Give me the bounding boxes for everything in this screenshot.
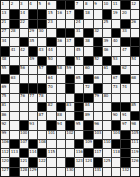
grid-cell[interactable]: 127 (1, 168, 9, 176)
grid-cell[interactable]: 52 (94, 57, 102, 65)
grid-cell[interactable]: 73 (112, 84, 120, 92)
grid-cell[interactable] (38, 168, 46, 176)
grid-cell[interactable] (75, 131, 83, 139)
block-cell (94, 38, 102, 46)
block-cell (29, 140, 37, 148)
grid-cell[interactable]: 6 (47, 1, 55, 9)
grid-cell[interactable] (131, 29, 139, 37)
clue-number: 131 (94, 168, 102, 173)
grid-cell[interactable]: 15 (47, 10, 55, 18)
grid-cell[interactable] (66, 149, 74, 157)
grid-cell[interactable]: 118 (112, 149, 120, 157)
grid-cell[interactable] (103, 131, 111, 139)
block-cell (121, 38, 129, 46)
grid-cell[interactable]: 63 (10, 75, 18, 83)
clue-number: 30 (38, 29, 43, 34)
grid-cell[interactable] (75, 84, 83, 92)
grid-cell[interactable]: 53 (112, 57, 120, 65)
block-cell (121, 75, 129, 83)
grid-cell[interactable] (131, 66, 139, 74)
block-cell (29, 20, 37, 28)
block-cell (84, 94, 92, 102)
grid-cell[interactable]: 48 (1, 57, 9, 65)
grid-cell[interactable]: 131 (94, 168, 102, 176)
block-cell (84, 149, 92, 157)
grid-cell[interactable] (66, 47, 74, 55)
grid-cell[interactable]: 88 (57, 112, 65, 120)
grid-cell[interactable]: 124 (84, 158, 92, 166)
clue-number: 126 (131, 158, 139, 163)
grid-cell[interactable] (112, 94, 120, 102)
clue-number: 113 (10, 149, 18, 154)
grid-cell[interactable]: 96 (94, 121, 102, 129)
grid-cell[interactable]: 83 (66, 103, 74, 111)
block-cell (121, 1, 129, 9)
clue-number: 114 (29, 149, 37, 154)
grid-cell[interactable]: 19 (112, 10, 120, 18)
block-cell (10, 158, 18, 166)
grid-cell[interactable] (103, 29, 111, 37)
grid-cell[interactable] (121, 57, 129, 65)
grid-cell[interactable] (10, 131, 18, 139)
grid-cell[interactable]: 65 (75, 75, 83, 83)
grid-cell[interactable] (131, 10, 139, 18)
grid-cell[interactable]: 93 (29, 121, 37, 129)
grid-cell[interactable] (47, 94, 55, 102)
grid-cell[interactable]: 117 (94, 149, 102, 157)
grid-cell[interactable]: 51 (75, 57, 83, 65)
grid-cell[interactable]: 2 (10, 1, 18, 9)
grid-cell[interactable] (20, 103, 28, 111)
grid-cell[interactable]: 46 (103, 47, 111, 55)
grid-cell[interactable] (57, 94, 65, 102)
clue-number: 62 (121, 66, 126, 71)
block-cell (94, 140, 102, 148)
block-cell (66, 158, 74, 166)
grid-cell[interactable]: 78 (38, 94, 46, 102)
grid-cell[interactable]: 115 (47, 149, 55, 157)
grid-cell[interactable] (66, 20, 74, 28)
grid-cell[interactable] (29, 112, 37, 120)
grid-cell[interactable]: 8 (84, 1, 92, 9)
block-cell (1, 47, 9, 55)
grid-cell[interactable]: 74 (121, 84, 129, 92)
grid-cell[interactable] (75, 168, 83, 176)
grid-cell[interactable]: 113 (10, 149, 18, 157)
clue-number: 80 (103, 94, 108, 99)
block-cell (121, 20, 129, 28)
grid-cell[interactable]: 130 (66, 168, 74, 176)
clue-number: 5 (38, 1, 41, 6)
clue-number: 66 (94, 75, 99, 80)
grid-cell[interactable] (57, 140, 65, 148)
grid-cell[interactable]: 30 (38, 29, 46, 37)
grid-cell[interactable]: 126 (131, 158, 139, 166)
clue-number: 18 (84, 10, 89, 15)
grid-cell[interactable] (112, 168, 120, 176)
grid-cell[interactable]: 103 (94, 131, 102, 139)
grid-cell[interactable]: 38 (84, 38, 92, 46)
grid-cell[interactable]: 100 (20, 131, 28, 139)
grid-cell[interactable] (84, 168, 92, 176)
grid-cell[interactable]: 84 (84, 103, 92, 111)
grid-cell[interactable]: 64 (47, 75, 55, 83)
grid-cell[interactable]: 128 (20, 168, 28, 176)
grid-cell[interactable]: 121 (20, 158, 28, 166)
clue-number: 51 (75, 57, 80, 62)
block-cell (84, 131, 92, 139)
grid-cell[interactable]: 129 (29, 168, 37, 176)
block-cell (112, 140, 120, 148)
grid-cell[interactable]: 107 (20, 140, 28, 148)
grid-cell[interactable] (103, 103, 111, 111)
grid-cell[interactable] (57, 57, 65, 65)
grid-cell[interactable]: 28 (10, 29, 18, 37)
grid-cell[interactable] (131, 168, 139, 176)
grid-cell[interactable]: 109 (84, 140, 92, 148)
grid-cell[interactable]: 120 (1, 158, 9, 166)
grid-cell[interactable] (38, 75, 46, 83)
grid-cell[interactable]: 21 (1, 20, 9, 28)
block-cell (57, 1, 65, 9)
clue-number: 112 (1, 149, 9, 154)
grid-cell[interactable] (66, 94, 74, 102)
block-cell (121, 149, 129, 157)
clue-number: 55 (1, 66, 6, 71)
grid-cell[interactable]: 106 (1, 140, 9, 148)
grid-cell[interactable] (10, 38, 18, 46)
grid-cell[interactable]: 27 (1, 29, 9, 37)
grid-cell[interactable]: 105 (131, 131, 139, 139)
block-cell (20, 38, 28, 46)
grid-cell[interactable]: 92 (1, 121, 9, 129)
grid-cell[interactable]: 62 (121, 66, 129, 74)
grid-cell[interactable] (29, 131, 37, 139)
clue-number: 2 (10, 1, 13, 6)
grid-cell[interactable]: 98 (131, 121, 139, 129)
grid-cell[interactable] (57, 47, 65, 55)
grid-cell[interactable]: 11 (112, 1, 120, 9)
grid-cell[interactable]: 35 (29, 38, 37, 46)
clue-number: 90 (112, 112, 117, 117)
clue-number: 57 (38, 66, 43, 71)
grid-cell[interactable]: 72 (84, 84, 92, 92)
grid-cell[interactable] (103, 149, 111, 157)
grid-cell[interactable]: 94 (57, 121, 65, 129)
block-cell (38, 84, 46, 92)
grid-cell[interactable]: 54 (131, 57, 139, 65)
clue-number: 63 (10, 75, 15, 80)
clue-number: 54 (131, 57, 136, 62)
grid-cell[interactable]: 67 (112, 75, 120, 83)
grid-cell[interactable]: 26 (131, 20, 139, 28)
block-cell (84, 121, 92, 129)
grid-cell[interactable]: 80 (103, 94, 111, 102)
grid-cell[interactable] (103, 168, 111, 176)
clue-number: 91 (121, 112, 126, 117)
grid-cell[interactable] (57, 84, 65, 92)
grid-cell[interactable] (103, 84, 111, 92)
clue-number: 48 (1, 57, 6, 62)
block-cell (121, 103, 129, 111)
grid-cell[interactable] (121, 94, 129, 102)
grid-cell[interactable] (47, 112, 55, 120)
grid-cell[interactable]: 10 (103, 1, 111, 9)
grid-cell[interactable]: 31 (75, 29, 83, 37)
grid-cell[interactable] (66, 140, 74, 148)
grid-cell[interactable] (103, 121, 111, 129)
grid-cell[interactable]: 25 (103, 20, 111, 28)
clue-number: 65 (75, 75, 80, 80)
block-cell (29, 47, 37, 55)
grid-cell[interactable]: 104 (112, 131, 120, 139)
grid-cell[interactable]: 75 (1, 94, 9, 102)
grid-cell[interactable]: 87 (38, 112, 46, 120)
clue-number: 3 (20, 1, 23, 6)
clue-number: 101 (47, 131, 55, 136)
grid-cell[interactable] (94, 103, 102, 111)
grid-cell[interactable]: 34 (1, 38, 9, 46)
grid-cell[interactable]: 79 (94, 94, 102, 102)
clue-number: 84 (84, 103, 89, 108)
grid-cell[interactable] (57, 158, 65, 166)
clue-number: 94 (57, 121, 62, 126)
clue-number: 111 (131, 140, 139, 145)
grid-cell[interactable]: 61 (103, 66, 111, 74)
grid-cell[interactable]: 39 (103, 38, 111, 46)
grid-cell[interactable] (10, 84, 18, 92)
grid-cell[interactable]: 114 (29, 149, 37, 157)
grid-cell[interactable]: 55 (1, 66, 9, 74)
block-cell (29, 158, 37, 166)
grid-cell[interactable]: 89 (84, 112, 92, 120)
grid-cell[interactable]: 85 (131, 103, 139, 111)
grid-cell[interactable] (29, 75, 37, 83)
clue-number: 128 (20, 168, 28, 173)
block-cell (121, 158, 129, 166)
block-cell (38, 103, 46, 111)
grid-cell[interactable]: 86 (1, 112, 9, 120)
grid-cell[interactable]: 76 (20, 94, 28, 102)
grid-cell[interactable]: 3 (20, 1, 28, 9)
grid-cell[interactable]: 50 (47, 57, 55, 65)
grid-cell[interactable]: 20 (121, 10, 129, 18)
grid-cell[interactable] (57, 149, 65, 157)
clue-number: 103 (94, 131, 102, 136)
block-cell (57, 103, 65, 111)
grid-cell[interactable]: 43 (38, 47, 46, 55)
clue-number: 123 (75, 158, 83, 163)
grid-cell[interactable] (94, 10, 102, 18)
grid-cell[interactable]: 60 (84, 66, 92, 74)
block-cell (84, 57, 92, 65)
grid-cell[interactable] (47, 158, 55, 166)
grid-cell[interactable]: 45 (75, 47, 83, 55)
clue-number: 100 (20, 131, 28, 136)
grid-cell[interactable]: 116 (75, 149, 83, 157)
grid-cell[interactable]: 102 (66, 131, 74, 139)
grid-cell[interactable]: 23 (47, 20, 55, 28)
grid-cell[interactable] (20, 112, 28, 120)
grid-cell[interactable]: 14 (20, 10, 28, 18)
grid-cell[interactable]: 101 (47, 131, 55, 139)
grid-cell[interactable] (94, 66, 102, 74)
grid-cell[interactable]: 47 (121, 47, 129, 55)
grid-cell[interactable] (112, 158, 120, 166)
block-cell (112, 103, 120, 111)
grid-cell[interactable]: 56 (20, 66, 28, 74)
grid-cell[interactable]: 59 (66, 66, 74, 74)
grid-cell[interactable]: 7 (75, 1, 83, 9)
grid-cell[interactable] (84, 47, 92, 55)
grid-cell[interactable]: 33 (121, 29, 129, 37)
grid-cell[interactable]: 41 (10, 47, 18, 55)
clue-number: 45 (75, 47, 80, 52)
clue-number: 95 (75, 121, 80, 126)
block-cell (75, 10, 83, 18)
grid-cell[interactable]: 132 (121, 168, 129, 176)
clue-number: 93 (29, 121, 34, 126)
grid-cell[interactable] (112, 20, 120, 28)
grid-cell[interactable]: 95 (75, 121, 83, 129)
grid-cell[interactable] (103, 112, 111, 120)
clue-number: 74 (121, 84, 126, 89)
grid-cell[interactable]: 90 (112, 112, 120, 120)
grid-cell[interactable]: 81 (1, 103, 9, 111)
grid-cell[interactable]: 49 (29, 57, 37, 65)
clue-number: 28 (10, 29, 15, 34)
clue-number: 39 (103, 38, 108, 43)
clue-number: 83 (66, 103, 71, 108)
grid-cell[interactable] (10, 121, 18, 129)
clue-number: 13 (1, 10, 6, 15)
grid-cell[interactable]: 70 (47, 84, 55, 92)
grid-cell[interactable]: 122 (38, 158, 46, 166)
clue-number: 6 (47, 1, 50, 6)
clue-number: 37 (66, 38, 71, 43)
grid-cell[interactable] (57, 131, 65, 139)
block-cell (20, 149, 28, 157)
grid-cell[interactable]: 58 (57, 66, 65, 74)
clue-number: 127 (1, 168, 9, 173)
clue-number: 20 (121, 10, 126, 15)
clue-number: 85 (131, 103, 136, 108)
grid-cell[interactable]: 108 (38, 140, 46, 148)
block-cell (10, 168, 18, 176)
grid-cell[interactable] (57, 20, 65, 28)
grid-cell[interactable]: 82 (47, 103, 55, 111)
grid-cell[interactable] (131, 84, 139, 92)
grid-cell[interactable]: 97 (121, 121, 129, 129)
block-cell (10, 140, 18, 148)
grid-cell[interactable]: 119 (131, 149, 139, 157)
grid-cell[interactable] (131, 94, 139, 102)
grid-cell[interactable] (84, 20, 92, 28)
block-cell (1, 75, 9, 83)
grid-cell[interactable]: 40 (112, 38, 120, 46)
grid-cell[interactable]: 4 (29, 1, 37, 9)
clue-number: 36 (57, 38, 62, 43)
grid-cell[interactable]: 1 (1, 1, 9, 9)
grid-cell[interactable]: 13 (1, 10, 9, 18)
block-cell (66, 1, 74, 9)
grid-cell[interactable] (94, 20, 102, 28)
grid-cell[interactable]: 125 (103, 158, 111, 166)
grid-cell[interactable]: 37 (66, 38, 74, 46)
clue-number: 22 (20, 20, 25, 25)
grid-cell[interactable] (10, 57, 18, 65)
grid-cell[interactable] (10, 94, 18, 102)
grid-cell[interactable]: 5 (38, 1, 46, 9)
clue-number: 75 (1, 94, 6, 99)
grid-cell[interactable] (20, 57, 28, 65)
grid-cell[interactable]: 111 (131, 140, 139, 148)
grid-cell[interactable]: 36 (57, 38, 65, 46)
grid-cell[interactable] (103, 75, 111, 83)
grid-cell[interactable]: 68 (131, 75, 139, 83)
grid-cell[interactable]: 18 (84, 10, 92, 18)
grid-cell[interactable]: 44 (47, 47, 55, 55)
clue-number: 23 (47, 20, 52, 25)
grid-cell[interactable] (47, 168, 55, 176)
clue-number: 60 (84, 66, 89, 71)
clue-number: 44 (47, 47, 52, 52)
grid-cell[interactable]: 69 (1, 84, 9, 92)
grid-cell[interactable]: 77 (29, 94, 37, 102)
grid-cell[interactable]: 22 (20, 20, 28, 28)
grid-cell[interactable]: 66 (94, 75, 102, 83)
grid-cell[interactable]: 123 (75, 158, 83, 166)
grid-cell[interactable] (57, 168, 65, 176)
block-cell (75, 112, 83, 120)
grid-cell[interactable]: 24 (75, 20, 83, 28)
grid-cell[interactable] (38, 131, 46, 139)
grid-cell[interactable] (10, 112, 18, 120)
grid-cell[interactable] (47, 29, 55, 37)
clue-number: 69 (1, 84, 6, 89)
grid-cell[interactable] (20, 29, 28, 37)
grid-cell[interactable] (57, 75, 65, 83)
grid-cell[interactable]: 99 (1, 131, 9, 139)
grid-cell[interactable] (38, 121, 46, 129)
grid-cell[interactable]: 57 (38, 66, 46, 74)
grid-cell[interactable] (66, 112, 74, 120)
grid-cell[interactable] (20, 75, 28, 83)
grid-cell[interactable]: 32 (94, 29, 102, 37)
grid-cell[interactable] (10, 103, 18, 111)
block-cell (38, 57, 46, 65)
grid-cell[interactable]: 91 (121, 112, 129, 120)
grid-cell[interactable]: 110 (103, 140, 111, 148)
grid-cell[interactable]: 9 (94, 1, 102, 9)
grid-cell[interactable] (75, 66, 83, 74)
grid-cell[interactable] (94, 112, 102, 120)
grid-cell[interactable]: 42 (20, 47, 28, 55)
grid-cell[interactable] (112, 47, 120, 55)
block-cell (94, 47, 102, 55)
block-cell (66, 121, 74, 129)
grid-cell[interactable]: 29 (29, 29, 37, 37)
grid-cell[interactable] (29, 66, 37, 74)
grid-cell[interactable] (47, 140, 55, 148)
grid-cell[interactable] (29, 103, 37, 111)
grid-cell[interactable] (38, 38, 46, 46)
grid-cell[interactable]: 112 (1, 149, 9, 157)
clue-number: 77 (29, 94, 34, 99)
grid-cell[interactable]: 16 (57, 10, 65, 18)
grid-cell[interactable]: 17 (66, 10, 74, 18)
grid-cell[interactable]: 12 (131, 1, 139, 9)
